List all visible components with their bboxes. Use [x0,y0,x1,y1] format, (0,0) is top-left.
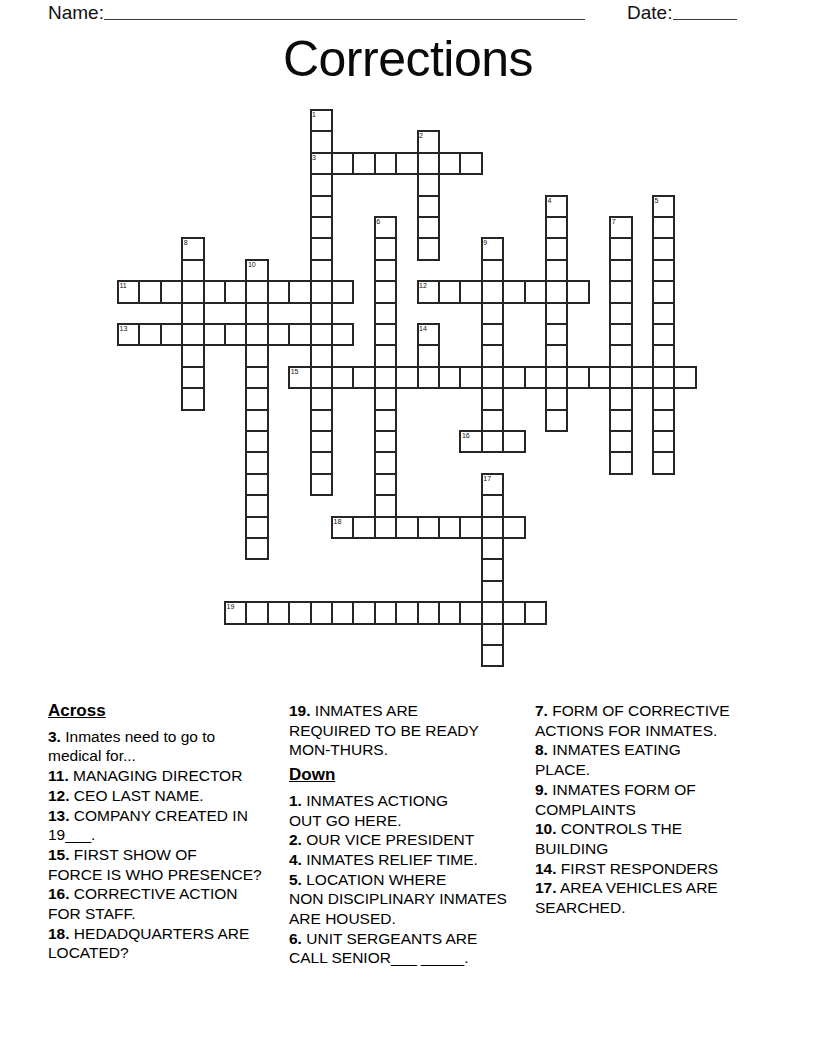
cell-r10c7[interactable] [267,323,290,346]
cell-r13c17[interactable] [481,387,504,410]
cell-r23c9[interactable] [310,601,333,624]
cell-number-10: 10 [248,261,256,268]
cell-r19c17[interactable] [481,516,504,539]
cell-r13c3[interactable] [181,387,204,410]
cell-r8c3[interactable] [181,280,204,303]
cell-r10c23[interactable] [609,323,632,346]
cell-r11c17[interactable] [481,344,504,367]
cell-r15c9[interactable] [310,430,333,453]
cell-r12c3[interactable] [181,366,204,389]
clue-across-12: 12. CEO LAST NAME. [48,786,280,806]
cell-r2c13[interactable] [395,152,418,175]
clue-across-3: 3. Inmates need to go tomedical for... [48,727,280,766]
cell-r11c20[interactable] [545,344,568,367]
cell-r12c17[interactable] [481,366,504,389]
cell-r5c14[interactable] [417,216,440,239]
cell-number-3: 3 [312,154,316,161]
cell-r16c12[interactable] [374,451,397,474]
date-blank-line [673,19,737,20]
cell-r8c1[interactable] [138,280,161,303]
cell-r6c25[interactable] [652,237,675,260]
clue-across-11: 11. MANAGING DIRECTOR [48,766,280,786]
cell-number-11: 11 [120,282,127,289]
cell-r17c9[interactable] [310,473,333,496]
cell-r8c7[interactable] [267,280,290,303]
clue-down-2: 2. OUR VICE PRESIDENT [289,830,529,850]
crossword-board: 31112131516181912456789101417 [118,110,697,668]
cell-r8c6[interactable] [245,280,268,303]
cell-r22c17[interactable] [481,580,504,603]
cell-r8c5[interactable] [224,280,247,303]
cell-r7c20[interactable] [545,259,568,282]
cell-r4c14[interactable] [417,195,440,218]
cell-r2c14[interactable] [417,152,440,175]
cell-r5c20[interactable] [545,216,568,239]
cell-r8c16[interactable] [459,280,482,303]
cell-r6c12[interactable] [374,237,397,260]
cell-r19c16[interactable] [459,516,482,539]
cell-r10c20[interactable] [545,323,568,346]
cell-r19c6[interactable] [245,516,268,539]
cell-r8c9[interactable] [310,280,333,303]
cell-number-17: 17 [483,475,491,482]
cell-r8c25[interactable] [652,280,675,303]
cell-r9c9[interactable] [310,302,333,325]
cell-r10c10[interactable] [331,323,354,346]
clue-down-14: 14. FIRST RESPONDERS [535,859,771,879]
cell-r23c18[interactable] [502,601,525,624]
cell-r2c15[interactable] [438,152,461,175]
cell-r10c12[interactable] [374,323,397,346]
cell-r15c23[interactable] [609,430,632,453]
cell-r18c12[interactable] [374,494,397,517]
cell-r12c25[interactable] [652,366,675,389]
cell-r10c6[interactable] [245,323,268,346]
cell-r23c8[interactable] [288,601,311,624]
cell-r4c9[interactable] [310,195,333,218]
cell-r13c12[interactable] [374,387,397,410]
cell-number-1: 1 [312,111,316,118]
cell-r15c12[interactable] [374,430,397,453]
cell-number-18: 18 [334,518,342,525]
cell-r23c15[interactable] [438,601,461,624]
cell-r7c25[interactable] [652,259,675,282]
across-heading: Across [48,701,280,721]
cell-r18c6[interactable] [245,494,268,517]
clue-across-13: 13. COMPANY CREATED IN19___. [48,806,280,845]
cell-r19c18[interactable] [502,516,525,539]
cell-r8c2[interactable] [160,280,183,303]
cell-number-2: 2 [419,132,423,139]
cell-r17c6[interactable] [245,473,268,496]
cell-r14c6[interactable] [245,409,268,432]
cell-r23c13[interactable] [395,601,418,624]
cell-r8c4[interactable] [203,280,226,303]
cell-r13c6[interactable] [245,387,268,410]
cell-r20c17[interactable] [481,537,504,560]
cell-r12c12[interactable] [374,366,397,389]
clues-column-3: 7. FORM OF CORRECTIVEACTIONS FOR INMATES… [535,701,771,918]
cell-r2c16[interactable] [459,152,482,175]
cell-r15c6[interactable] [245,430,268,453]
cell-r9c6[interactable] [245,302,268,325]
cell-r10c3[interactable] [181,323,204,346]
cell-r8c10[interactable] [331,280,354,303]
cell-number-14: 14 [419,325,427,332]
cell-r10c4[interactable] [203,323,226,346]
cell-r18c17[interactable] [481,494,504,517]
cell-r12c10[interactable] [331,366,354,389]
cell-r16c23[interactable] [609,451,632,474]
date-label: Date: [627,2,672,24]
cell-r21c17[interactable] [481,558,504,581]
cell-r5c9[interactable] [310,216,333,239]
cell-r11c9[interactable] [310,344,333,367]
cell-r19c15[interactable] [438,516,461,539]
cell-r23c14[interactable] [417,601,440,624]
cell-r20c6[interactable] [245,537,268,560]
cell-r12c14[interactable] [417,366,440,389]
clue-down-1: 1. INMATES ACTIONGOUT GO HERE. [289,791,529,830]
cell-r12c9[interactable] [310,366,333,389]
cell-r19c12[interactable] [374,516,397,539]
cell-r17c12[interactable] [374,473,397,496]
cell-r19c13[interactable] [395,516,418,539]
cell-r14c20[interactable] [545,409,568,432]
clue-across-15: 15. FIRST SHOW OFFORCE IS WHO PRESENCE? [48,845,280,884]
cell-r25c17[interactable] [481,644,504,667]
cell-r8c21[interactable] [566,280,589,303]
cell-r15c25[interactable] [652,430,675,453]
cell-r12c20[interactable] [545,366,568,389]
cell-r12c16[interactable] [459,366,482,389]
cell-r23c11[interactable] [352,601,375,624]
cell-r1c9[interactable] [310,130,333,153]
cell-r12c23[interactable] [609,366,632,389]
cell-r16c25[interactable] [652,451,675,474]
cell-r14c23[interactable] [609,409,632,432]
cell-r12c13[interactable] [395,366,418,389]
cell-r8c8[interactable] [288,280,311,303]
cell-r12c18[interactable] [502,366,525,389]
cell-number-13: 13 [120,325,128,332]
cell-r14c12[interactable] [374,409,397,432]
cell-r8c20[interactable] [545,280,568,303]
cell-number-7: 7 [612,218,616,225]
cell-r10c9[interactable] [310,323,333,346]
clues-column-2: 19. INMATES AREREQUIRED TO BE READYMON-T… [289,701,529,968]
cell-r12c19[interactable] [524,366,547,389]
cell-r8c15[interactable] [438,280,461,303]
cell-number-12: 12 [419,282,427,289]
cell-r6c14[interactable] [417,237,440,260]
name-label: Name: [48,2,104,24]
cell-r12c22[interactable] [588,366,611,389]
clue-down-5: 5. LOCATION WHERENON DISCIPLINARY INMATE… [289,870,529,929]
cell-r9c17[interactable] [481,302,504,325]
clue-down-6: 6. UNIT SERGEANTS ARECALL SENIOR___ ____… [289,929,529,968]
cell-number-4: 4 [548,197,552,204]
cell-r3c14[interactable] [417,173,440,196]
clue-down-10: 10. CONTROLS THEBUILDING [535,819,771,858]
cell-r24c17[interactable] [481,623,504,646]
cell-r12c21[interactable] [566,366,589,389]
cell-r23c16[interactable] [459,601,482,624]
clues-column-1: Across3. Inmates need to go tomedical fo… [48,701,280,963]
cell-number-9: 9 [483,239,487,246]
cell-r10c25[interactable] [652,323,675,346]
cell-r12c6[interactable] [245,366,268,389]
cell-r23c7[interactable] [267,601,290,624]
cell-r7c12[interactable] [374,259,397,282]
cell-r12c15[interactable] [438,366,461,389]
cell-r11c6[interactable] [245,344,268,367]
cell-r23c6[interactable] [245,601,268,624]
cell-r8c17[interactable] [481,280,504,303]
cell-r10c8[interactable] [288,323,311,346]
cell-r9c23[interactable] [609,302,632,325]
clue-across-16: 16. CORRECTIVE ACTIONFOR STAFF. [48,884,280,923]
cell-r14c25[interactable] [652,409,675,432]
cell-number-19: 19 [227,603,235,610]
clue-down-4: 4. INMATES RELIEF TIME. [289,850,529,870]
cell-r2c10[interactable] [331,152,354,175]
cell-r2c12[interactable] [374,152,397,175]
page-title: Corrections [0,30,816,88]
cell-r13c23[interactable] [609,387,632,410]
cell-r11c25[interactable] [652,344,675,367]
cell-number-15: 15 [291,368,299,375]
cell-r11c14[interactable] [417,344,440,367]
cell-r23c19[interactable] [524,601,547,624]
clue-down-8: 8. INMATES EATINGPLACE. [535,740,771,779]
cell-r9c3[interactable] [181,302,204,325]
cell-r7c9[interactable] [310,259,333,282]
cell-number-16: 16 [462,432,470,439]
cell-number-8: 8 [184,239,188,246]
cell-r12c26[interactable] [673,366,696,389]
cell-r8c12[interactable] [374,280,397,303]
cell-r19c11[interactable] [352,516,375,539]
clue-across-19: 19. INMATES AREREQUIRED TO BE READYMON-T… [289,701,529,760]
cell-r23c17[interactable] [481,601,504,624]
cell-r15c18[interactable] [502,430,525,453]
cell-r11c3[interactable] [181,344,204,367]
cell-r6c9[interactable] [310,237,333,260]
clue-down-7: 7. FORM OF CORRECTIVEACTIONS FOR INMATES… [535,701,771,740]
cell-r23c12[interactable] [374,601,397,624]
cell-r2c11[interactable] [352,152,375,175]
cell-r10c5[interactable] [224,323,247,346]
clue-down-9: 9. INMATES FORM OFCOMPLAINTS [535,780,771,819]
cell-r9c12[interactable] [374,302,397,325]
cell-r13c25[interactable] [652,387,675,410]
cell-r8c19[interactable] [524,280,547,303]
cell-r14c17[interactable] [481,409,504,432]
cell-r16c6[interactable] [245,451,268,474]
cell-r14c9[interactable] [310,409,333,432]
cell-r23c10[interactable] [331,601,354,624]
cell-r12c11[interactable] [352,366,375,389]
cell-r12c24[interactable] [631,366,654,389]
cell-r13c9[interactable] [310,387,333,410]
clue-across-18: 18. HEDADQUARTERS ARELOCATED? [48,924,280,963]
cell-r15c17[interactable] [481,430,504,453]
cell-number-5: 5 [655,197,659,204]
cell-r7c3[interactable] [181,259,204,282]
cell-r6c20[interactable] [545,237,568,260]
cell-r10c17[interactable] [481,323,504,346]
cell-r19c14[interactable] [417,516,440,539]
cell-r11c12[interactable] [374,344,397,367]
cell-r3c9[interactable] [310,173,333,196]
name-blank-line [104,19,585,20]
cell-r16c9[interactable] [310,451,333,474]
cell-r10c2[interactable] [160,323,183,346]
cell-r7c17[interactable] [481,259,504,282]
cell-r8c18[interactable] [502,280,525,303]
cell-r8c23[interactable] [609,280,632,303]
cell-r11c23[interactable] [609,344,632,367]
cell-r9c20[interactable] [545,302,568,325]
cell-r6c23[interactable] [609,237,632,260]
clue-down-17: 17. AREA VEHICLES ARESEARCHED. [535,878,771,917]
down-heading: Down [289,765,529,785]
cell-r5c25[interactable] [652,216,675,239]
cell-number-6: 6 [376,218,380,225]
cell-r9c25[interactable] [652,302,675,325]
cell-r10c1[interactable] [138,323,161,346]
cell-r7c23[interactable] [609,259,632,282]
cell-r13c20[interactable] [545,387,568,410]
